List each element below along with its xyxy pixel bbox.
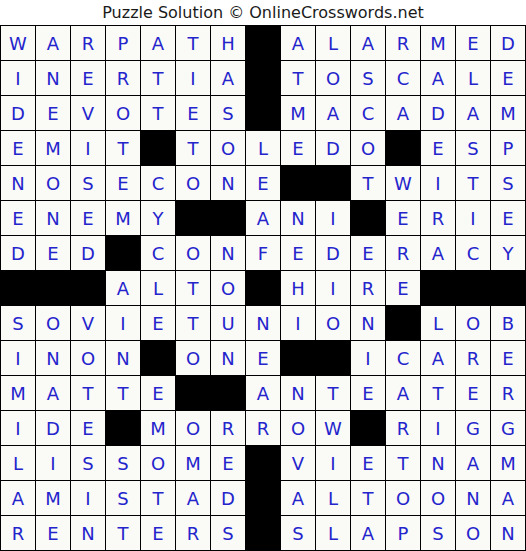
- cell-r13c4: S: [106, 446, 140, 480]
- cell-r15c5: E: [141, 516, 175, 550]
- cell-r7c7: N: [211, 236, 245, 270]
- cell-r9c2: O: [36, 306, 70, 340]
- cell-r13c5: O: [141, 446, 175, 480]
- cell-r1c12: R: [386, 26, 420, 60]
- cell-r13c2: I: [36, 446, 70, 480]
- cell-r15c3: N: [71, 516, 105, 550]
- cell-r11c9: N: [281, 376, 315, 410]
- cell-r13c13: N: [421, 446, 455, 480]
- black-cell-r10c5: [141, 341, 175, 375]
- cell-r1c14: E: [456, 26, 490, 60]
- cell-r15c15: N: [491, 516, 525, 550]
- cell-r9c13: L: [421, 306, 455, 340]
- cell-r4c4: T: [106, 131, 140, 165]
- black-cell-r3c8: [246, 96, 280, 130]
- cell-r11c10: T: [316, 376, 350, 410]
- cell-r9c1: S: [1, 306, 35, 340]
- cell-r5c11: T: [351, 166, 385, 200]
- cell-r2c15: E: [491, 61, 525, 95]
- cell-r3c15: M: [491, 96, 525, 130]
- cell-r15c13: S: [421, 516, 455, 550]
- cell-r7c3: D: [71, 236, 105, 270]
- cell-r2c7: A: [211, 61, 245, 95]
- cell-r10c4: N: [106, 341, 140, 375]
- cell-r7c6: O: [176, 236, 210, 270]
- cell-r2c12: C: [386, 61, 420, 95]
- cell-r13c15: M: [491, 446, 525, 480]
- cell-r1c2: A: [36, 26, 70, 60]
- cell-r6c5: Y: [141, 201, 175, 235]
- cell-r9c9: I: [281, 306, 315, 340]
- black-cell-r4c5: [141, 131, 175, 165]
- cell-r9c10: O: [316, 306, 350, 340]
- cell-r12c12: R: [386, 411, 420, 445]
- cell-r15c12: P: [386, 516, 420, 550]
- cell-r1c5: A: [141, 26, 175, 60]
- cell-r12c1: I: [1, 411, 35, 445]
- cell-r7c1: D: [1, 236, 35, 270]
- black-cell-r11c6: [176, 376, 210, 410]
- cell-r4c11: O: [351, 131, 385, 165]
- cell-r2c5: T: [141, 61, 175, 95]
- cell-r1c15: D: [491, 26, 525, 60]
- cell-r12c5: M: [141, 411, 175, 445]
- cell-r8c6: T: [176, 271, 210, 305]
- cell-r14c10: L: [316, 481, 350, 515]
- cell-r2c2: N: [36, 61, 70, 95]
- cell-r3c11: C: [351, 96, 385, 130]
- cell-r10c12: C: [386, 341, 420, 375]
- cell-r9c3: V: [71, 306, 105, 340]
- cell-r14c1: A: [1, 481, 35, 515]
- cell-r12c3: E: [71, 411, 105, 445]
- cell-r3c3: V: [71, 96, 105, 130]
- cell-r4c15: P: [491, 131, 525, 165]
- cell-r6c4: M: [106, 201, 140, 235]
- cell-r12c7: R: [211, 411, 245, 445]
- cell-r3c10: A: [316, 96, 350, 130]
- cell-r1c7: H: [211, 26, 245, 60]
- crossword-board: WARPATHALARMEDINERTIATOSCALEDEVOTESMACAD…: [0, 25, 526, 551]
- black-cell-r14c8: [246, 481, 280, 515]
- cell-r10c3: O: [71, 341, 105, 375]
- cell-r13c3: S: [71, 446, 105, 480]
- cell-r7c8: F: [246, 236, 280, 270]
- cell-r6c14: I: [456, 201, 490, 235]
- cell-r9c14: O: [456, 306, 490, 340]
- cell-r1c9: A: [281, 26, 315, 60]
- cell-r8c9: H: [281, 271, 315, 305]
- cell-r7c10: D: [316, 236, 350, 270]
- cell-r14c15: A: [491, 481, 525, 515]
- black-cell-r11c7: [211, 376, 245, 410]
- cell-r6c2: N: [36, 201, 70, 235]
- cell-r8c4: A: [106, 271, 140, 305]
- black-cell-r8c15: [491, 271, 525, 305]
- cell-r7c5: C: [141, 236, 175, 270]
- cell-r4c6: T: [176, 131, 210, 165]
- cell-r3c7: S: [211, 96, 245, 130]
- cell-r2c3: E: [71, 61, 105, 95]
- cell-r5c13: I: [421, 166, 455, 200]
- cell-r3c1: D: [1, 96, 35, 130]
- cell-r12c13: I: [421, 411, 455, 445]
- cell-r15c10: L: [316, 516, 350, 550]
- black-cell-r8c3: [71, 271, 105, 305]
- cell-r8c11: R: [351, 271, 385, 305]
- cell-r9c11: N: [351, 306, 385, 340]
- cell-r12c8: R: [246, 411, 280, 445]
- cell-r14c14: N: [456, 481, 490, 515]
- cell-r1c10: L: [316, 26, 350, 60]
- cell-r2c4: R: [106, 61, 140, 95]
- cell-r3c13: D: [421, 96, 455, 130]
- cell-r4c3: I: [71, 131, 105, 165]
- cell-r4c7: O: [211, 131, 245, 165]
- cell-r14c5: T: [141, 481, 175, 515]
- cell-r15c2: E: [36, 516, 70, 550]
- cell-r10c8: E: [246, 341, 280, 375]
- cell-r6c8: A: [246, 201, 280, 235]
- page-title: Puzzle Solution © OnlineCrosswords.net: [102, 3, 424, 22]
- cell-r3c2: E: [36, 96, 70, 130]
- cell-r9c7: U: [211, 306, 245, 340]
- cell-r11c4: T: [106, 376, 140, 410]
- cell-r11c5: E: [141, 376, 175, 410]
- cell-r6c3: E: [71, 201, 105, 235]
- black-cell-r10c9: [281, 341, 315, 375]
- cell-r3c6: E: [176, 96, 210, 130]
- black-cell-r1c8: [246, 26, 280, 60]
- cell-r10c15: E: [491, 341, 525, 375]
- cell-r2c14: L: [456, 61, 490, 95]
- puzzle-solution-page: Puzzle Solution © OnlineCrosswords.net W…: [0, 0, 526, 551]
- cell-r14c12: O: [386, 481, 420, 515]
- cell-r11c3: T: [71, 376, 105, 410]
- cell-r7c15: Y: [491, 236, 525, 270]
- cell-r7c12: R: [386, 236, 420, 270]
- cell-r10c14: R: [456, 341, 490, 375]
- cell-r4c2: M: [36, 131, 70, 165]
- cell-r2c6: I: [176, 61, 210, 95]
- cell-r5c15: S: [491, 166, 525, 200]
- black-cell-r5c9: [281, 166, 315, 200]
- cell-r6c12: E: [386, 201, 420, 235]
- cell-r13c9: V: [281, 446, 315, 480]
- cell-r12c10: W: [316, 411, 350, 445]
- cell-r15c7: S: [211, 516, 245, 550]
- cell-r5c2: O: [36, 166, 70, 200]
- cell-r5c4: E: [106, 166, 140, 200]
- black-cell-r8c13: [421, 271, 455, 305]
- cell-r5c6: O: [176, 166, 210, 200]
- cell-r9c8: N: [246, 306, 280, 340]
- cell-r10c13: A: [421, 341, 455, 375]
- cell-r1c4: P: [106, 26, 140, 60]
- cell-r6c1: E: [1, 201, 35, 235]
- cell-r14c7: D: [211, 481, 245, 515]
- cell-r8c12: E: [386, 271, 420, 305]
- cell-r7c9: E: [281, 236, 315, 270]
- cell-r3c5: T: [141, 96, 175, 130]
- cell-r8c5: L: [141, 271, 175, 305]
- cell-r2c9: T: [281, 61, 315, 95]
- cell-r7c2: E: [36, 236, 70, 270]
- cell-r10c2: N: [36, 341, 70, 375]
- cell-r13c6: M: [176, 446, 210, 480]
- cell-r4c9: E: [281, 131, 315, 165]
- cell-r9c4: I: [106, 306, 140, 340]
- cell-r5c7: N: [211, 166, 245, 200]
- cell-r15c1: R: [1, 516, 35, 550]
- cell-r2c13: A: [421, 61, 455, 95]
- cell-r13c10: I: [316, 446, 350, 480]
- cell-r15c9: S: [281, 516, 315, 550]
- cell-r8c7: O: [211, 271, 245, 305]
- cell-r9c5: E: [141, 306, 175, 340]
- cell-r11c8: A: [246, 376, 280, 410]
- cell-r5c8: E: [246, 166, 280, 200]
- black-cell-r6c11: [351, 201, 385, 235]
- cell-r3c14: A: [456, 96, 490, 130]
- cell-r14c9: A: [281, 481, 315, 515]
- black-cell-r6c6: [176, 201, 210, 235]
- cell-r12c9: O: [281, 411, 315, 445]
- cell-r14c4: S: [106, 481, 140, 515]
- cell-r11c13: T: [421, 376, 455, 410]
- black-cell-r8c1: [1, 271, 35, 305]
- cell-r14c2: M: [36, 481, 70, 515]
- black-cell-r9c12: [386, 306, 420, 340]
- cell-r11c2: A: [36, 376, 70, 410]
- cell-r15c6: R: [176, 516, 210, 550]
- cell-r11c11: E: [351, 376, 385, 410]
- cell-r6c13: R: [421, 201, 455, 235]
- black-cell-r12c11: [351, 411, 385, 445]
- cell-r2c1: I: [1, 61, 35, 95]
- cell-r2c10: O: [316, 61, 350, 95]
- black-cell-r8c2: [36, 271, 70, 305]
- black-cell-r12c4: [106, 411, 140, 445]
- cell-r11c1: M: [1, 376, 35, 410]
- black-cell-r15c8: [246, 516, 280, 550]
- cell-r5c3: S: [71, 166, 105, 200]
- black-cell-r10c10: [316, 341, 350, 375]
- black-cell-r5c10: [316, 166, 350, 200]
- cell-r10c6: O: [176, 341, 210, 375]
- black-cell-r6c7: [211, 201, 245, 235]
- cell-r10c1: I: [1, 341, 35, 375]
- cell-r5c5: C: [141, 166, 175, 200]
- cell-r3c4: O: [106, 96, 140, 130]
- black-cell-r7c4: [106, 236, 140, 270]
- cell-r7c11: E: [351, 236, 385, 270]
- cell-r6c9: N: [281, 201, 315, 235]
- cell-r15c4: T: [106, 516, 140, 550]
- black-cell-r2c8: [246, 61, 280, 95]
- cell-r12c6: O: [176, 411, 210, 445]
- cell-r11c14: E: [456, 376, 490, 410]
- cell-r11c12: A: [386, 376, 420, 410]
- cell-r3c9: M: [281, 96, 315, 130]
- cell-r7c14: C: [456, 236, 490, 270]
- cell-r15c11: A: [351, 516, 385, 550]
- cell-r1c1: W: [1, 26, 35, 60]
- cell-r7c13: A: [421, 236, 455, 270]
- cell-r4c1: E: [1, 131, 35, 165]
- cell-r14c6: A: [176, 481, 210, 515]
- cell-r6c15: E: [491, 201, 525, 235]
- cell-r5c1: N: [1, 166, 35, 200]
- cell-r9c6: T: [176, 306, 210, 340]
- cell-r1c13: M: [421, 26, 455, 60]
- cell-r6c10: I: [316, 201, 350, 235]
- cell-r15c14: O: [456, 516, 490, 550]
- cell-r4c13: E: [421, 131, 455, 165]
- cell-r11c15: R: [491, 376, 525, 410]
- cell-r9c15: B: [491, 306, 525, 340]
- cell-r14c3: I: [71, 481, 105, 515]
- cell-r12c15: G: [491, 411, 525, 445]
- black-cell-r8c8: [246, 271, 280, 305]
- cell-r2c11: S: [351, 61, 385, 95]
- cell-r4c10: D: [316, 131, 350, 165]
- cell-r10c11: I: [351, 341, 385, 375]
- black-cell-r8c14: [456, 271, 490, 305]
- cell-r13c11: E: [351, 446, 385, 480]
- cell-r13c7: E: [211, 446, 245, 480]
- cell-r4c14: S: [456, 131, 490, 165]
- cell-r1c6: T: [176, 26, 210, 60]
- cell-r12c14: G: [456, 411, 490, 445]
- cell-r8c10: I: [316, 271, 350, 305]
- cell-r10c7: N: [211, 341, 245, 375]
- cell-r12c2: D: [36, 411, 70, 445]
- cell-r1c11: A: [351, 26, 385, 60]
- cell-r5c14: T: [456, 166, 490, 200]
- cell-r14c13: O: [421, 481, 455, 515]
- black-cell-r13c8: [246, 446, 280, 480]
- cell-r13c1: L: [1, 446, 35, 480]
- cell-r13c14: A: [456, 446, 490, 480]
- cell-r1c3: R: [71, 26, 105, 60]
- title-bar: Puzzle Solution © OnlineCrosswords.net: [0, 0, 526, 25]
- cell-r14c11: T: [351, 481, 385, 515]
- cell-r5c12: W: [386, 166, 420, 200]
- cell-r3c12: A: [386, 96, 420, 130]
- black-cell-r4c12: [386, 131, 420, 165]
- cell-r4c8: L: [246, 131, 280, 165]
- cell-r13c12: T: [386, 446, 420, 480]
